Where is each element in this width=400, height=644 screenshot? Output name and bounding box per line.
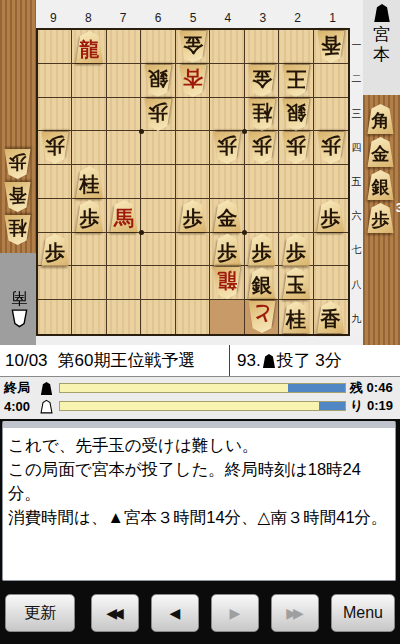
board-cell-96: [38, 199, 72, 233]
board-cell-28: 玉: [279, 266, 313, 300]
fast-forward-button[interactable]: ▶▶: [271, 594, 319, 632]
board-cell-75: [107, 165, 141, 199]
commentary-box[interactable]: これで、先手玉の受けは難しい。 この局面で宮本が投了した。終局時刻は18時24分…: [2, 421, 396, 581]
board-cell-16: 歩: [314, 199, 348, 233]
board-cell-31: [245, 30, 279, 64]
shogi-piece-歩: 歩: [212, 132, 242, 164]
shogi-piece-金: 金: [366, 137, 395, 167]
shogi-piece-歩: 歩: [74, 200, 104, 232]
board-cell-29: 桂: [279, 300, 313, 334]
board-cell-23: 銀: [279, 98, 313, 132]
sente-clock-row: 終局 残 0:46: [0, 380, 400, 396]
board-cell-99: [38, 300, 72, 334]
board-cell-77: [107, 233, 141, 267]
rewind-icon: ◀◀: [106, 605, 124, 621]
board-cell-61: [141, 30, 175, 64]
white-piece-icon: [40, 399, 53, 414]
star-point: [242, 129, 247, 134]
col-label: 8: [71, 11, 106, 28]
shogi-piece-歩: 歩: [212, 234, 242, 266]
sente-clock-label: 終局: [0, 379, 37, 397]
row-label: 四: [350, 131, 363, 165]
board-cell-64: [141, 131, 175, 165]
board-cell-67: [141, 233, 175, 267]
board-cell-32: 金: [245, 64, 279, 98]
board-cell-58: [176, 266, 210, 300]
board-cell-88: [72, 266, 106, 300]
board-cell-95: [38, 165, 72, 199]
board-cell-38: 銀: [245, 266, 279, 300]
captured-piece-金: 金: [366, 136, 397, 169]
shogi-piece-歩: 歩: [178, 200, 208, 232]
board-cell-82: [72, 64, 106, 98]
shogi-piece-歩: 歩: [316, 132, 346, 164]
move-number: 93.: [237, 351, 261, 371]
board-cell-43: [210, 98, 244, 132]
board-cell-86: 歩: [72, 199, 106, 233]
shogi-piece-香: 香: [3, 182, 32, 212]
captured-piece-角: 角: [366, 103, 397, 136]
col-label: 2: [280, 11, 315, 28]
black-piece-icon: [262, 353, 276, 369]
shogi-piece-歩: 歩: [3, 149, 32, 179]
board-cell-62: 銀: [141, 64, 175, 98]
board-cell-52: 杏: [176, 64, 210, 98]
board-cell-54: [176, 131, 210, 165]
gote-clock-label: 4:00: [0, 399, 37, 414]
col-label: 9: [36, 11, 71, 28]
shogi-piece-香: 香: [316, 31, 346, 63]
board-grid: 龍金香銀杏金王歩桂銀歩歩歩歩歩桂歩馬歩金歩歩歩歩歩龍銀玉と桂香: [38, 30, 348, 334]
board-cell-56: 歩: [176, 199, 210, 233]
board-cell-57: [176, 233, 210, 267]
shogi-piece-歩: 歩: [316, 200, 346, 232]
shogi-piece-歩: 歩: [366, 203, 395, 233]
board-cell-34: 歩: [245, 131, 279, 165]
board-cell-22: 王: [279, 64, 313, 98]
game-area: 歩香桂 南 9 8 7 6 5 4 3 2 1 龍金香銀: [0, 0, 400, 345]
update-button[interactable]: 更新: [5, 594, 75, 632]
board-cell-47: 歩: [210, 233, 244, 267]
board-cell-81: 龍: [72, 30, 106, 64]
board-cell-41: [210, 30, 244, 64]
row-labels-strip: 一 二 三 四 五 六 七 八 九: [350, 28, 363, 336]
shogi-piece-玉: 玉: [281, 267, 311, 299]
board-cell-24: 歩: [279, 131, 313, 165]
board-cell-49: [210, 300, 244, 334]
board-cell-73: [107, 98, 141, 132]
shogi-piece-歩: 歩: [281, 132, 311, 164]
shogi-piece-歩: 歩: [40, 234, 70, 266]
board-cell-65: [141, 165, 175, 199]
shogi-piece-龍: 龍: [74, 31, 104, 63]
shogi-piece-馬: 馬: [109, 200, 139, 232]
board-cell-51: 金: [176, 30, 210, 64]
col-label: 1: [315, 11, 350, 28]
row-label: 六: [350, 199, 363, 233]
board-cell-45: [210, 165, 244, 199]
board-cell-63: 歩: [141, 98, 175, 132]
row-label: 五: [350, 165, 363, 199]
col-label: 3: [245, 11, 280, 28]
shogi-board: 龍金香銀杏金王歩桂銀歩歩歩歩歩桂歩馬歩金歩歩歩歩歩龍銀玉と桂香: [36, 28, 350, 336]
back-button[interactable]: ◀: [151, 594, 199, 632]
board-cell-39: と: [245, 300, 279, 334]
board-cell-78: [107, 266, 141, 300]
board-cell-42: [210, 64, 244, 98]
captured-count: 3: [396, 200, 400, 215]
sente-time-bar: [59, 383, 346, 393]
board-cell-46: 金: [210, 199, 244, 233]
shogi-piece-杏: 杏: [178, 65, 208, 97]
board-cell-15: [314, 165, 348, 199]
shogi-piece-金: 金: [247, 65, 277, 97]
board-cell-12: [314, 64, 348, 98]
board-cell-36: [245, 199, 279, 233]
shogi-piece-歩: 歩: [143, 99, 173, 131]
star-point: [139, 230, 144, 235]
shogi-piece-歩: 歩: [40, 132, 70, 164]
shogi-piece-桂: 桂: [3, 215, 32, 245]
board-cell-48: 龍: [210, 266, 244, 300]
gote-player-marker: 南: [6, 290, 32, 328]
board-cell-17: [314, 233, 348, 267]
shogi-piece-銀: 銀: [281, 99, 311, 131]
shogi-piece-香: 香: [316, 301, 346, 333]
gote-captured-pieces: 歩香桂: [3, 148, 34, 247]
gote-time-remaining: り 0:19: [350, 397, 400, 415]
shogi-piece-金: 金: [178, 31, 208, 63]
captured-piece-歩: 歩3: [366, 202, 397, 235]
shogi-piece-銀: 銀: [366, 170, 395, 200]
back-icon: ◀: [170, 605, 181, 621]
board-cell-89: [72, 300, 106, 334]
black-piece-icon: [40, 381, 53, 396]
row-label: 八: [350, 268, 363, 302]
sente-player-name: 宮本: [372, 25, 391, 65]
gote-captured-tray: 歩香桂 南: [0, 0, 36, 345]
row-label: 九: [350, 302, 363, 336]
shogi-piece-桂: 桂: [74, 166, 104, 198]
shogi-piece-歩: 歩: [281, 234, 311, 266]
board-cell-25: [279, 165, 313, 199]
board-cell-91: [38, 30, 72, 64]
toolbar: 更新 ◀◀ ◀ ▶ ▶▶ Menu: [0, 584, 400, 644]
shogi-piece-と: と: [247, 301, 277, 333]
sente-player-panel: 宮本: [363, 0, 400, 95]
shogi-piece-歩: 歩: [247, 132, 277, 164]
board-cell-93: [38, 98, 72, 132]
shogi-piece-桂: 桂: [247, 99, 277, 131]
black-piece-icon: [373, 3, 391, 23]
board-cell-69: [141, 300, 175, 334]
col-label: 6: [141, 11, 176, 28]
board-cell-94: 歩: [38, 131, 72, 165]
sente-captured-tray: 宮本 角金銀歩3: [363, 0, 400, 345]
shogi-piece-角: 角: [366, 104, 395, 134]
board-cell-76: 馬: [107, 199, 141, 233]
game-date: 10/03: [5, 351, 48, 371]
shogi-piece-桂: 桂: [281, 301, 311, 333]
row-label: 二: [350, 62, 363, 96]
white-piece-icon: [11, 309, 28, 328]
commentary-line: 消費時間は、▲宮本３時間14分、△南３時間41分。: [8, 505, 390, 529]
gote-player-name: 南: [6, 290, 32, 307]
board-cell-87: [72, 233, 106, 267]
board-cell-53: [176, 98, 210, 132]
move-text: 投了 3分: [277, 349, 342, 372]
sente-captured-pieces: 角金銀歩3: [366, 103, 397, 235]
board-cell-33: 桂: [245, 98, 279, 132]
row-label: 七: [350, 233, 363, 267]
board-cell-59: [176, 300, 210, 334]
row-label: 一: [350, 28, 363, 62]
gote-clock-row: 4:00 り 0:19: [0, 398, 400, 414]
board-cell-83: [72, 98, 106, 132]
board-cell-72: [107, 64, 141, 98]
board-cell-92: [38, 64, 72, 98]
star-point: [242, 230, 247, 235]
board-cell-27: 歩: [279, 233, 313, 267]
star-point: [139, 129, 144, 134]
row-label: 三: [350, 96, 363, 130]
col-label: 7: [106, 11, 141, 28]
clock-panel: 終局 残 0:46 4:00 り 0:19: [0, 377, 400, 419]
info-bar: 10/03 第60期王位戦予選 93. 投了 3分: [0, 345, 400, 377]
col-label: 5: [176, 11, 211, 28]
captured-piece-歩: 歩: [3, 148, 34, 181]
board-cell-71: [107, 30, 141, 64]
board-cell-44: 歩: [210, 131, 244, 165]
board-cell-26: [279, 199, 313, 233]
forward-button[interactable]: ▶: [211, 594, 259, 632]
rewind-button[interactable]: ◀◀: [91, 594, 139, 632]
shogi-piece-龍: 龍: [212, 267, 242, 299]
sente-time-remaining: 残 0:46: [350, 379, 400, 397]
board-cell-18: [314, 266, 348, 300]
board-cell-84: [72, 131, 106, 165]
board-cell-79: [107, 300, 141, 334]
shogi-piece-銀: 銀: [143, 65, 173, 97]
shogi-piece-王: 王: [281, 65, 311, 97]
board-cell-11: 香: [314, 30, 348, 64]
board-cell-98: [38, 266, 72, 300]
board-cell-85: 桂: [72, 165, 106, 199]
captured-piece-香: 香: [3, 181, 34, 214]
board-cell-66: [141, 199, 175, 233]
board-cell-21: [279, 30, 313, 64]
board-cell-37: 歩: [245, 233, 279, 267]
shogi-live-app: 歩香桂 南 9 8 7 6 5 4 3 2 1 龍金香銀: [0, 0, 400, 644]
column-labels-strip: 9 8 7 6 5 4 3 2 1: [36, 0, 363, 28]
board-cell-14: 歩: [314, 131, 348, 165]
shogi-piece-歩: 歩: [247, 234, 277, 266]
gote-time-bar: [59, 401, 346, 411]
board-cell-13: [314, 98, 348, 132]
fast-forward-icon: ▶▶: [286, 605, 304, 621]
board-cell-55: [176, 165, 210, 199]
commentary-line: これで、先手玉の受けは難しい。: [8, 433, 390, 457]
board-cell-68: [141, 266, 175, 300]
shogi-piece-金: 金: [212, 200, 242, 232]
board-cell-74: [107, 131, 141, 165]
menu-button[interactable]: Menu: [331, 594, 395, 632]
board-cell-97: 歩: [38, 233, 72, 267]
captured-piece-桂: 桂: [3, 214, 34, 247]
commentary-line: この局面で宮本が投了した。終局時刻は18時24分。: [8, 457, 390, 505]
captured-piece-銀: 銀: [366, 169, 397, 202]
shogi-piece-銀: 銀: [247, 267, 277, 299]
event-name: 第60期王位戦予選: [58, 349, 196, 372]
move-status: 93. 投了 3分: [230, 349, 342, 372]
forward-icon: ▶: [230, 605, 241, 621]
board-cell-35: [245, 165, 279, 199]
board-cell-19: 香: [314, 300, 348, 334]
game-info: 10/03 第60期王位戦予選: [0, 349, 229, 372]
col-label: 4: [210, 11, 245, 28]
